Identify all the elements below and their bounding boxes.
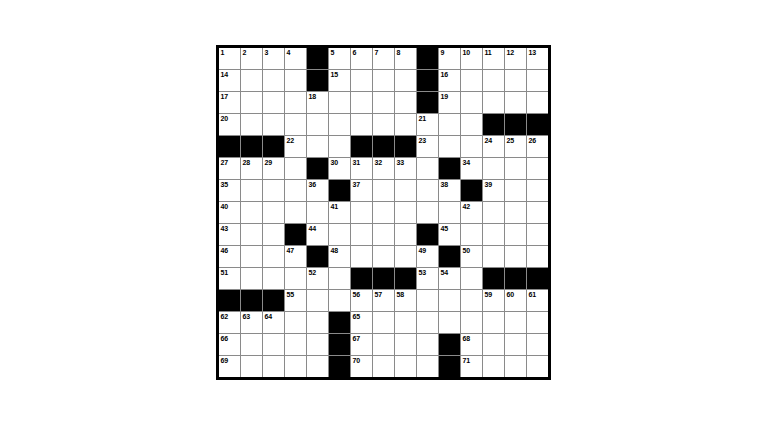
clue-number: 4 xyxy=(287,48,291,57)
cell-r8c7[interactable] xyxy=(351,202,372,223)
cell-r4c12[interactable] xyxy=(461,114,482,135)
cell-r13c10[interactable] xyxy=(417,312,438,333)
cell-r4c11[interactable] xyxy=(439,114,460,135)
cell-r14c12[interactable]: 68 xyxy=(461,334,482,355)
cell-r14c14[interactable] xyxy=(505,334,526,355)
cell-r8c13[interactable] xyxy=(483,202,504,223)
cell-r3c5[interactable]: 18 xyxy=(307,92,328,113)
clue-number: 26 xyxy=(529,136,536,145)
cell-r9c9[interactable] xyxy=(395,224,416,245)
cell-r3c3[interactable] xyxy=(263,92,284,113)
cell-r3c13[interactable] xyxy=(483,92,504,113)
clue-number: 31 xyxy=(353,158,360,167)
cell-r12c13[interactable]: 59 xyxy=(483,290,504,311)
clue-number: 34 xyxy=(463,158,470,167)
cell-r1c12[interactable]: 10 xyxy=(461,48,482,69)
cell-r9c12[interactable] xyxy=(461,224,482,245)
clue-number: 25 xyxy=(507,136,514,145)
cell-r14c3[interactable] xyxy=(263,334,284,355)
cell-r12c10[interactable] xyxy=(417,290,438,311)
cell-r6c6[interactable]: 30 xyxy=(329,158,350,179)
cell-r15c10[interactable] xyxy=(417,356,438,377)
cell-r1c11[interactable]: 9 xyxy=(439,48,460,69)
clue-number: 27 xyxy=(221,158,228,167)
cell-r13c1[interactable]: 62 xyxy=(219,312,240,333)
cell-r3c4[interactable] xyxy=(285,92,306,113)
black-cell-r14c11 xyxy=(439,334,460,355)
cell-r1c15[interactable]: 13 xyxy=(527,48,548,69)
cell-r12c5[interactable] xyxy=(307,290,328,311)
cell-r1c4[interactable]: 4 xyxy=(285,48,306,69)
black-cell-r5c3 xyxy=(263,136,284,157)
cell-r2c15[interactable] xyxy=(527,70,548,91)
cell-r13c9[interactable] xyxy=(395,312,416,333)
cell-r15c4[interactable] xyxy=(285,356,306,377)
cell-r14c1[interactable]: 66 xyxy=(219,334,240,355)
clue-number: 57 xyxy=(375,290,382,299)
clue-number: 15 xyxy=(331,70,338,79)
cell-r11c4[interactable] xyxy=(285,268,306,289)
cell-r2c13[interactable] xyxy=(483,70,504,91)
clue-number: 13 xyxy=(529,48,536,57)
cell-r8c3[interactable] xyxy=(263,202,284,223)
clue-number: 58 xyxy=(397,290,404,299)
clue-number: 54 xyxy=(441,268,448,277)
cell-r8c6[interactable]: 41 xyxy=(329,202,350,223)
cell-r3c6[interactable] xyxy=(329,92,350,113)
cell-r4c3[interactable] xyxy=(263,114,284,135)
cell-r3c11[interactable]: 19 xyxy=(439,92,460,113)
cell-r8c5[interactable] xyxy=(307,202,328,223)
cell-r3c12[interactable] xyxy=(461,92,482,113)
cell-r5c10[interactable]: 23 xyxy=(417,136,438,157)
cell-r8c9[interactable] xyxy=(395,202,416,223)
clue-number: 41 xyxy=(331,202,338,211)
cell-r12c15[interactable]: 61 xyxy=(527,290,548,311)
cell-r15c15[interactable] xyxy=(527,356,548,377)
cell-r14c7[interactable]: 67 xyxy=(351,334,372,355)
cell-r1c7[interactable]: 6 xyxy=(351,48,372,69)
cell-r8c2[interactable] xyxy=(241,202,262,223)
clue-number: 71 xyxy=(463,356,470,365)
clue-number: 18 xyxy=(309,92,316,101)
cell-r7c1[interactable]: 35 xyxy=(219,180,240,201)
cell-r5c6[interactable] xyxy=(329,136,350,157)
clue-number: 24 xyxy=(485,136,492,145)
clue-number: 42 xyxy=(463,202,470,211)
cell-r3c7[interactable] xyxy=(351,92,372,113)
cell-r12c12[interactable] xyxy=(461,290,482,311)
cell-r4c1[interactable]: 20 xyxy=(219,114,240,135)
clue-number: 35 xyxy=(221,180,228,189)
cell-r3c8[interactable] xyxy=(373,92,394,113)
cell-r1c14[interactable]: 12 xyxy=(505,48,526,69)
clue-number: 63 xyxy=(243,312,250,321)
clue-number: 22 xyxy=(287,136,294,145)
cell-r10c15[interactable] xyxy=(527,246,548,267)
cell-r10c10[interactable]: 49 xyxy=(417,246,438,267)
cell-r6c8[interactable]: 32 xyxy=(373,158,394,179)
cell-r14c4[interactable] xyxy=(285,334,306,355)
cell-r5c5[interactable] xyxy=(307,136,328,157)
cell-r13c3[interactable]: 64 xyxy=(263,312,284,333)
cell-r3c14[interactable] xyxy=(505,92,526,113)
black-cell-r9c4 xyxy=(285,224,306,245)
black-cell-r3c10 xyxy=(417,92,438,113)
cell-r14c9[interactable] xyxy=(395,334,416,355)
cell-r1c3[interactable]: 3 xyxy=(263,48,284,69)
cell-r7c3[interactable] xyxy=(263,180,284,201)
cell-r4c8[interactable] xyxy=(373,114,394,135)
cell-r9c3[interactable] xyxy=(263,224,284,245)
cell-r12c11[interactable] xyxy=(439,290,460,311)
cell-r7c9[interactable] xyxy=(395,180,416,201)
cell-r9c14[interactable] xyxy=(505,224,526,245)
clue-number: 3 xyxy=(265,48,269,57)
cell-r7c8[interactable] xyxy=(373,180,394,201)
cell-r12c14[interactable]: 60 xyxy=(505,290,526,311)
cell-r10c14[interactable] xyxy=(505,246,526,267)
cell-r13c15[interactable] xyxy=(527,312,548,333)
cell-r15c5[interactable] xyxy=(307,356,328,377)
cell-r2c9[interactable] xyxy=(395,70,416,91)
clue-number: 10 xyxy=(463,48,470,57)
clue-number: 48 xyxy=(331,246,338,255)
clue-number: 12 xyxy=(507,48,514,57)
cell-r12c8[interactable]: 57 xyxy=(373,290,394,311)
clue-number: 53 xyxy=(419,268,426,277)
cell-r13c2[interactable]: 63 xyxy=(241,312,262,333)
cell-r10c3[interactable] xyxy=(263,246,284,267)
cell-r6c9[interactable]: 33 xyxy=(395,158,416,179)
cell-r9c8[interactable] xyxy=(373,224,394,245)
black-cell-r15c6 xyxy=(329,356,350,377)
cell-r13c12[interactable] xyxy=(461,312,482,333)
black-cell-r11c7 xyxy=(351,268,372,289)
cell-r13c8[interactable] xyxy=(373,312,394,333)
cell-r15c13[interactable] xyxy=(483,356,504,377)
black-cell-r1c5 xyxy=(307,48,328,69)
clue-number: 44 xyxy=(309,224,316,233)
clue-number: 17 xyxy=(221,92,228,101)
cell-r7c15[interactable] xyxy=(527,180,548,201)
cell-r4c10[interactable]: 21 xyxy=(417,114,438,135)
cell-r9c7[interactable] xyxy=(351,224,372,245)
cell-r9c5[interactable]: 44 xyxy=(307,224,328,245)
clue-number: 38 xyxy=(441,180,448,189)
clue-number: 21 xyxy=(419,114,426,123)
cell-r10c4[interactable]: 47 xyxy=(285,246,306,267)
cell-r6c3[interactable]: 29 xyxy=(263,158,284,179)
cell-r7c7[interactable]: 37 xyxy=(351,180,372,201)
cell-r6c13[interactable] xyxy=(483,158,504,179)
black-cell-r12c1 xyxy=(219,290,240,311)
clue-number: 11 xyxy=(485,48,492,57)
cell-r15c12[interactable]: 71 xyxy=(461,356,482,377)
cell-r3c15[interactable] xyxy=(527,92,548,113)
cell-r14c8[interactable] xyxy=(373,334,394,355)
clue-number: 68 xyxy=(463,334,470,343)
cell-r2c4[interactable] xyxy=(285,70,306,91)
cell-r4c2[interactable] xyxy=(241,114,262,135)
cell-r3c1[interactable]: 17 xyxy=(219,92,240,113)
clue-number: 50 xyxy=(463,246,470,255)
cell-r7c5[interactable]: 36 xyxy=(307,180,328,201)
cell-r4c4[interactable] xyxy=(285,114,306,135)
black-cell-r6c11 xyxy=(439,158,460,179)
cell-r1c2[interactable]: 2 xyxy=(241,48,262,69)
page-background: 1234567891011121314151617181920212223242… xyxy=(0,0,768,432)
black-cell-r5c1 xyxy=(219,136,240,157)
cell-r8c14[interactable] xyxy=(505,202,526,223)
clue-number: 67 xyxy=(353,334,360,343)
black-cell-r10c5 xyxy=(307,246,328,267)
black-cell-r2c5 xyxy=(307,70,328,91)
clue-number: 55 xyxy=(287,290,294,299)
cell-r4c7[interactable] xyxy=(351,114,372,135)
cell-r2c14[interactable] xyxy=(505,70,526,91)
black-cell-r2c10 xyxy=(417,70,438,91)
cell-r10c6[interactable]: 48 xyxy=(329,246,350,267)
cell-r15c3[interactable] xyxy=(263,356,284,377)
cell-r11c3[interactable] xyxy=(263,268,284,289)
black-cell-r4c14 xyxy=(505,114,526,135)
clue-number: 2 xyxy=(243,48,247,57)
cell-r9c11[interactable]: 45 xyxy=(439,224,460,245)
clue-number: 23 xyxy=(419,136,426,145)
cell-r6c1[interactable]: 27 xyxy=(219,158,240,179)
black-cell-r14c6 xyxy=(329,334,350,355)
black-cell-r4c15 xyxy=(527,114,548,135)
cell-r5c11[interactable] xyxy=(439,136,460,157)
cell-r2c7[interactable] xyxy=(351,70,372,91)
clue-number: 47 xyxy=(287,246,294,255)
cell-r2c11[interactable]: 16 xyxy=(439,70,460,91)
cell-r7c10[interactable] xyxy=(417,180,438,201)
clue-number: 29 xyxy=(265,158,272,167)
clue-number: 56 xyxy=(353,290,360,299)
cell-r3c2[interactable] xyxy=(241,92,262,113)
cell-r5c12[interactable] xyxy=(461,136,482,157)
cell-r11c5[interactable]: 52 xyxy=(307,268,328,289)
cell-r2c8[interactable] xyxy=(373,70,394,91)
clue-number: 43 xyxy=(221,224,228,233)
clue-number: 40 xyxy=(221,202,228,211)
clue-number: 7 xyxy=(375,48,379,57)
cell-r11c1[interactable]: 51 xyxy=(219,268,240,289)
cell-r2c12[interactable] xyxy=(461,70,482,91)
cell-r9c2[interactable] xyxy=(241,224,262,245)
cell-r13c4[interactable] xyxy=(285,312,306,333)
clue-number: 49 xyxy=(419,246,426,255)
clue-number: 36 xyxy=(309,180,316,189)
clue-number: 59 xyxy=(485,290,492,299)
cell-r2c2[interactable] xyxy=(241,70,262,91)
cell-r1c6[interactable]: 5 xyxy=(329,48,350,69)
cell-r4c6[interactable] xyxy=(329,114,350,135)
clue-number: 33 xyxy=(397,158,404,167)
black-cell-r12c3 xyxy=(263,290,284,311)
cell-r9c13[interactable] xyxy=(483,224,504,245)
black-cell-r5c7 xyxy=(351,136,372,157)
cell-r6c15[interactable] xyxy=(527,158,548,179)
black-cell-r11c9 xyxy=(395,268,416,289)
black-cell-r5c8 xyxy=(373,136,394,157)
cell-r10c1[interactable]: 46 xyxy=(219,246,240,267)
cell-r6c7[interactable]: 31 xyxy=(351,158,372,179)
cell-r1c8[interactable]: 7 xyxy=(373,48,394,69)
cell-r8c4[interactable] xyxy=(285,202,306,223)
cell-r8c15[interactable] xyxy=(527,202,548,223)
clue-number: 32 xyxy=(375,158,382,167)
cell-r6c2[interactable]: 28 xyxy=(241,158,262,179)
clue-number: 20 xyxy=(221,114,228,123)
clue-number: 65 xyxy=(353,312,360,321)
cell-r15c1[interactable]: 69 xyxy=(219,356,240,377)
clue-number: 61 xyxy=(529,290,536,299)
clue-number: 60 xyxy=(507,290,514,299)
clue-number: 6 xyxy=(353,48,357,57)
cell-r11c2[interactable] xyxy=(241,268,262,289)
clue-number: 70 xyxy=(353,356,360,365)
clue-number: 14 xyxy=(221,70,228,79)
cell-r9c1[interactable]: 43 xyxy=(219,224,240,245)
clue-number: 1 xyxy=(221,48,225,57)
black-cell-r7c12 xyxy=(461,180,482,201)
clue-number: 69 xyxy=(221,356,228,365)
clue-number: 8 xyxy=(397,48,401,57)
cell-r1c9[interactable]: 8 xyxy=(395,48,416,69)
cell-r12c7[interactable]: 56 xyxy=(351,290,372,311)
clue-number: 30 xyxy=(331,158,338,167)
cell-r2c1[interactable]: 14 xyxy=(219,70,240,91)
clue-number: 5 xyxy=(331,48,335,57)
cell-r5c4[interactable]: 22 xyxy=(285,136,306,157)
black-cell-r15c11 xyxy=(439,356,460,377)
cell-r11c6[interactable] xyxy=(329,268,350,289)
clue-number: 51 xyxy=(221,268,228,277)
black-cell-r9c10 xyxy=(417,224,438,245)
cell-r14c13[interactable] xyxy=(483,334,504,355)
cell-r4c5[interactable] xyxy=(307,114,328,135)
clue-number: 37 xyxy=(353,180,360,189)
cell-r12c9[interactable]: 58 xyxy=(395,290,416,311)
clue-number: 62 xyxy=(221,312,228,321)
cell-r5c15[interactable]: 26 xyxy=(527,136,548,157)
clue-number: 45 xyxy=(441,224,448,233)
cell-r15c8[interactable] xyxy=(373,356,394,377)
black-cell-r11c14 xyxy=(505,268,526,289)
cell-r15c9[interactable] xyxy=(395,356,416,377)
cell-r14c10[interactable] xyxy=(417,334,438,355)
clue-number: 52 xyxy=(309,268,316,277)
cell-r15c7[interactable]: 70 xyxy=(351,356,372,377)
cell-r14c5[interactable] xyxy=(307,334,328,355)
cell-r2c3[interactable] xyxy=(263,70,284,91)
cell-r15c2[interactable] xyxy=(241,356,262,377)
cell-r6c4[interactable] xyxy=(285,158,306,179)
black-cell-r11c15 xyxy=(527,268,548,289)
black-cell-r7c6 xyxy=(329,180,350,201)
cell-r7c4[interactable] xyxy=(285,180,306,201)
cell-r11c10[interactable]: 53 xyxy=(417,268,438,289)
cell-r2c6[interactable]: 15 xyxy=(329,70,350,91)
cell-r13c14[interactable] xyxy=(505,312,526,333)
black-cell-r5c2 xyxy=(241,136,262,157)
clue-number: 39 xyxy=(485,180,492,189)
cell-r6c10[interactable] xyxy=(417,158,438,179)
cell-r8c1[interactable]: 40 xyxy=(219,202,240,223)
cell-r5c14[interactable]: 25 xyxy=(505,136,526,157)
cell-r11c12[interactable] xyxy=(461,268,482,289)
cell-r9c6[interactable] xyxy=(329,224,350,245)
cell-r10c9[interactable] xyxy=(395,246,416,267)
cell-r10c13[interactable] xyxy=(483,246,504,267)
clue-number: 19 xyxy=(441,92,448,101)
cell-r10c12[interactable]: 50 xyxy=(461,246,482,267)
crossword-grid: 1234567891011121314151617181920212223242… xyxy=(216,45,551,380)
cell-r6c12[interactable]: 34 xyxy=(461,158,482,179)
cell-r13c5[interactable] xyxy=(307,312,328,333)
cell-r7c2[interactable] xyxy=(241,180,262,201)
cell-r5c13[interactable]: 24 xyxy=(483,136,504,157)
cell-r10c7[interactable] xyxy=(351,246,372,267)
black-cell-r13c6 xyxy=(329,312,350,333)
black-cell-r12c2 xyxy=(241,290,262,311)
cell-r12c4[interactable]: 55 xyxy=(285,290,306,311)
cell-r7c13[interactable]: 39 xyxy=(483,180,504,201)
cell-r13c13[interactable] xyxy=(483,312,504,333)
clue-number: 28 xyxy=(243,158,250,167)
cell-r8c12[interactable]: 42 xyxy=(461,202,482,223)
cell-r7c11[interactable]: 38 xyxy=(439,180,460,201)
cell-r10c2[interactable] xyxy=(241,246,262,267)
cell-r14c15[interactable] xyxy=(527,334,548,355)
cell-r1c13[interactable]: 11 xyxy=(483,48,504,69)
black-cell-r5c9 xyxy=(395,136,416,157)
cell-r13c7[interactable]: 65 xyxy=(351,312,372,333)
black-cell-r4c13 xyxy=(483,114,504,135)
cell-r12c6[interactable] xyxy=(329,290,350,311)
cell-r8c10[interactable] xyxy=(417,202,438,223)
cell-r7c14[interactable] xyxy=(505,180,526,201)
clue-number: 46 xyxy=(221,246,228,255)
cell-r8c8[interactable] xyxy=(373,202,394,223)
cell-r6c14[interactable] xyxy=(505,158,526,179)
cell-r11c11[interactable]: 54 xyxy=(439,268,460,289)
black-cell-r11c13 xyxy=(483,268,504,289)
cell-r15c14[interactable] xyxy=(505,356,526,377)
black-cell-r11c8 xyxy=(373,268,394,289)
black-cell-r10c11 xyxy=(439,246,460,267)
black-cell-r1c10 xyxy=(417,48,438,69)
clue-number: 16 xyxy=(441,70,448,79)
cell-r8c11[interactable] xyxy=(439,202,460,223)
clue-number: 66 xyxy=(221,334,228,343)
cell-r4c9[interactable] xyxy=(395,114,416,135)
clue-number: 9 xyxy=(441,48,445,57)
cell-r9c15[interactable] xyxy=(527,224,548,245)
cell-r10c8[interactable] xyxy=(373,246,394,267)
cell-r13c11[interactable] xyxy=(439,312,460,333)
cell-r1c1[interactable]: 1 xyxy=(219,48,240,69)
cell-r3c9[interactable] xyxy=(395,92,416,113)
clue-number: 64 xyxy=(265,312,272,321)
black-cell-r6c5 xyxy=(307,158,328,179)
cell-r14c2[interactable] xyxy=(241,334,262,355)
